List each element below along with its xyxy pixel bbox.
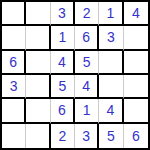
cell-r1c3: 3 bbox=[51, 2, 75, 26]
cell-r3c3: 4 bbox=[51, 51, 75, 75]
cell-r1c1[interactable] bbox=[2, 2, 26, 26]
cell-r5c5: 4 bbox=[99, 99, 123, 123]
cell-r6c6: 6 bbox=[124, 124, 148, 148]
cell-r3c5[interactable] bbox=[99, 51, 123, 75]
cell-r4c1: 3 bbox=[2, 75, 26, 99]
cell-r2c2[interactable] bbox=[26, 26, 50, 50]
cell-r6c1[interactable] bbox=[2, 124, 26, 148]
cell-r4c5[interactable] bbox=[99, 75, 123, 99]
cell-r5c4: 1 bbox=[75, 99, 99, 123]
cell-r3c1: 6 bbox=[2, 51, 26, 75]
cell-r5c6[interactable] bbox=[124, 99, 148, 123]
cell-r4c2[interactable] bbox=[26, 75, 50, 99]
cell-r1c4: 2 bbox=[75, 2, 99, 26]
cell-r6c3: 2 bbox=[51, 124, 75, 148]
cell-r4c4: 4 bbox=[75, 75, 99, 99]
cell-r4c6[interactable] bbox=[124, 75, 148, 99]
cell-r5c2[interactable] bbox=[26, 99, 50, 123]
cell-r4c3: 5 bbox=[51, 75, 75, 99]
bricks-board: 32141636453546142356 bbox=[0, 0, 150, 150]
cell-r5c3: 6 bbox=[51, 99, 75, 123]
cell-r6c2[interactable] bbox=[26, 124, 50, 148]
cell-r6c5: 5 bbox=[99, 124, 123, 148]
cell-r5c1[interactable] bbox=[2, 99, 26, 123]
cell-r3c6[interactable] bbox=[124, 51, 148, 75]
cell-r2c6[interactable] bbox=[124, 26, 148, 50]
cell-r3c4: 5 bbox=[75, 51, 99, 75]
cell-r2c4: 6 bbox=[75, 26, 99, 50]
cell-r2c3: 1 bbox=[51, 26, 75, 50]
cell-r1c5: 1 bbox=[99, 2, 123, 26]
cell-r2c5: 3 bbox=[99, 26, 123, 50]
cell-r6c4: 3 bbox=[75, 124, 99, 148]
cell-r1c2[interactable] bbox=[26, 2, 50, 26]
cell-r2c1[interactable] bbox=[2, 26, 26, 50]
cell-r3c2[interactable] bbox=[26, 51, 50, 75]
cell-r1c6: 4 bbox=[124, 2, 148, 26]
